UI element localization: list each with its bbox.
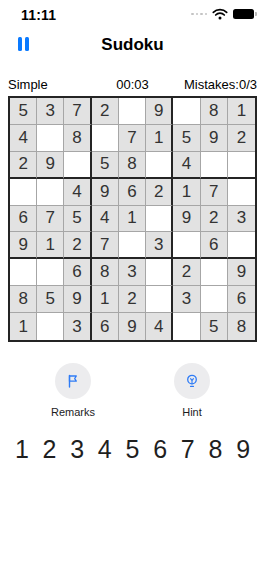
- cell-r1c2[interactable]: 3: [37, 98, 64, 125]
- page-title: Sudoku: [0, 35, 265, 55]
- cell-r2c1[interactable]: 4: [10, 125, 37, 152]
- cell-r4c5[interactable]: 6: [119, 179, 146, 206]
- cell-r8c3[interactable]: 9: [64, 286, 91, 313]
- cell-r3c3[interactable]: [64, 152, 91, 179]
- action-buttons: Remarks Hint: [0, 363, 265, 418]
- cell-r4c9[interactable]: [228, 179, 255, 206]
- cell-r7c3[interactable]: 6: [64, 259, 91, 286]
- cell-r8c5[interactable]: 2: [119, 286, 146, 313]
- cell-r5c7[interactable]: 9: [173, 206, 200, 233]
- cell-r1c4[interactable]: 2: [92, 98, 119, 125]
- numpad-9[interactable]: 9: [229, 434, 257, 464]
- cell-r7c4[interactable]: 8: [92, 259, 119, 286]
- cell-r9c8[interactable]: 5: [201, 313, 228, 340]
- mistakes-label: Mistakes:0/3: [174, 77, 257, 92]
- cell-r9c7[interactable]: [173, 313, 200, 340]
- numpad: 123456789: [8, 434, 257, 464]
- cell-r9c5[interactable]: 9: [119, 313, 146, 340]
- cell-r3c4[interactable]: 5: [92, 152, 119, 179]
- hint-button[interactable]: Hint: [146, 363, 238, 418]
- cell-r5c5[interactable]: 1: [119, 206, 146, 233]
- cell-r5c3[interactable]: 5: [64, 206, 91, 233]
- cell-r6c9[interactable]: [228, 232, 255, 259]
- numpad-7[interactable]: 7: [174, 434, 202, 464]
- cell-r4c6[interactable]: 2: [146, 179, 173, 206]
- numpad-4[interactable]: 4: [91, 434, 119, 464]
- cell-r9c9[interactable]: 8: [228, 313, 255, 340]
- numpad-8[interactable]: 8: [202, 434, 230, 464]
- cell-r2c2[interactable]: [37, 125, 64, 152]
- flag-icon: [65, 373, 81, 389]
- cell-r5c8[interactable]: 2: [201, 206, 228, 233]
- cell-r9c2[interactable]: [37, 313, 64, 340]
- cell-r9c1[interactable]: 1: [10, 313, 37, 340]
- battery-icon: [233, 9, 254, 19]
- clock-time: 11:11: [21, 7, 56, 23]
- cell-r1c1[interactable]: 5: [10, 98, 37, 125]
- cell-r6c5[interactable]: [119, 232, 146, 259]
- cell-r1c6[interactable]: 9: [146, 98, 173, 125]
- cellular-signal-icon: [191, 13, 207, 16]
- cell-r7c8[interactable]: [201, 259, 228, 286]
- cell-r3c7[interactable]: 4: [173, 152, 200, 179]
- cell-r3c8[interactable]: [201, 152, 228, 179]
- cell-r4c2[interactable]: [37, 179, 64, 206]
- remarks-label: Remarks: [51, 406, 95, 418]
- cell-r4c4[interactable]: 9: [92, 179, 119, 206]
- status-bar: 11:11: [0, 5, 265, 25]
- cell-r3c6[interactable]: [146, 152, 173, 179]
- lightbulb-icon: [184, 373, 200, 389]
- nav-bar: Sudoku: [0, 33, 265, 59]
- cell-r5c9[interactable]: 3: [228, 206, 255, 233]
- cell-r6c2[interactable]: 1: [37, 232, 64, 259]
- pause-icon: [25, 37, 29, 51]
- cell-r8c7[interactable]: 3: [173, 286, 200, 313]
- cell-r7c1[interactable]: [10, 259, 37, 286]
- cell-r1c9[interactable]: 1: [228, 98, 255, 125]
- numpad-2[interactable]: 2: [36, 434, 64, 464]
- wifi-icon: [212, 8, 228, 20]
- remarks-button[interactable]: Remarks: [27, 363, 119, 418]
- cell-r4c7[interactable]: 1: [173, 179, 200, 206]
- pause-icon: [18, 37, 22, 51]
- cell-r1c7[interactable]: [173, 98, 200, 125]
- cell-r6c8[interactable]: 6: [201, 232, 228, 259]
- cell-r6c7[interactable]: [173, 232, 200, 259]
- numpad-6[interactable]: 6: [146, 434, 174, 464]
- cell-r5c6[interactable]: [146, 206, 173, 233]
- cell-r7c2[interactable]: [37, 259, 64, 286]
- cell-r1c5[interactable]: [119, 98, 146, 125]
- cell-r8c1[interactable]: 8: [10, 286, 37, 313]
- cell-r3c1[interactable]: 2: [10, 152, 37, 179]
- cell-r3c2[interactable]: 9: [37, 152, 64, 179]
- cell-r5c4[interactable]: 4: [92, 206, 119, 233]
- difficulty-label: Simple: [8, 77, 91, 92]
- info-row: Simple 00:03 Mistakes:0/3: [8, 77, 257, 92]
- numpad-1[interactable]: 1: [8, 434, 36, 464]
- sudoku-board: 5372981487159229584496217675419239127366…: [8, 96, 257, 342]
- cell-r6c1[interactable]: 9: [10, 232, 37, 259]
- cell-r5c2[interactable]: 7: [37, 206, 64, 233]
- cell-r6c4[interactable]: 7: [92, 232, 119, 259]
- cell-r2c8[interactable]: 9: [201, 125, 228, 152]
- hint-button-circle[interactable]: [174, 363, 210, 399]
- cell-r2c9[interactable]: 2: [228, 125, 255, 152]
- timer-label: 00:03: [91, 77, 174, 92]
- cell-r5c1[interactable]: 6: [10, 206, 37, 233]
- cell-r8c6[interactable]: [146, 286, 173, 313]
- cell-r2c4[interactable]: [92, 125, 119, 152]
- cell-r3c9[interactable]: [228, 152, 255, 179]
- cell-r2c5[interactable]: 7: [119, 125, 146, 152]
- cell-r2c6[interactable]: 1: [146, 125, 173, 152]
- cell-r7c6[interactable]: [146, 259, 173, 286]
- cell-r4c1[interactable]: [10, 179, 37, 206]
- cell-r7c9[interactable]: 9: [228, 259, 255, 286]
- cell-r9c4[interactable]: 6: [92, 313, 119, 340]
- cell-r9c6[interactable]: 4: [146, 313, 173, 340]
- cell-r1c3[interactable]: 7: [64, 98, 91, 125]
- cell-r8c8[interactable]: [201, 286, 228, 313]
- cell-r1c8[interactable]: 8: [201, 98, 228, 125]
- cell-r8c9[interactable]: 6: [228, 286, 255, 313]
- cell-r4c3[interactable]: 4: [64, 179, 91, 206]
- cell-r6c6[interactable]: 3: [146, 232, 173, 259]
- numpad-3[interactable]: 3: [63, 434, 91, 464]
- cell-r2c3[interactable]: 8: [64, 125, 91, 152]
- cell-r8c2[interactable]: 5: [37, 286, 64, 313]
- cell-r7c7[interactable]: 2: [173, 259, 200, 286]
- cell-r7c5[interactable]: 3: [119, 259, 146, 286]
- remarks-button-circle[interactable]: [55, 363, 91, 399]
- cell-r6c3[interactable]: 2: [64, 232, 91, 259]
- pause-button[interactable]: [18, 37, 29, 51]
- cell-r2c7[interactable]: 5: [173, 125, 200, 152]
- cell-r8c4[interactable]: 1: [92, 286, 119, 313]
- cell-r9c3[interactable]: 3: [64, 313, 91, 340]
- hint-label: Hint: [182, 406, 202, 418]
- cell-r4c8[interactable]: 7: [201, 179, 228, 206]
- cell-r3c5[interactable]: 8: [119, 152, 146, 179]
- numpad-5[interactable]: 5: [119, 434, 147, 464]
